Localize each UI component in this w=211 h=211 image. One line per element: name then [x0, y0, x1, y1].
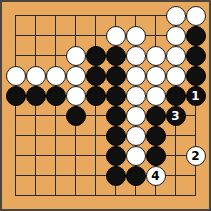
white-stone: [66, 86, 86, 106]
white-stone: [126, 46, 146, 66]
white-stone: [66, 46, 86, 66]
black-stone: [6, 86, 26, 106]
move-number-label: 2: [191, 150, 199, 162]
white-stone: [186, 6, 206, 26]
black-stone: [186, 66, 206, 86]
black-stone: [66, 106, 86, 126]
white-stone: [166, 6, 186, 26]
white-stone: [126, 126, 146, 146]
white-stone: 2: [186, 146, 206, 166]
black-stone: [146, 146, 166, 166]
black-stone: [106, 86, 126, 106]
black-stone: [126, 166, 146, 186]
white-stone: [166, 66, 186, 86]
white-stone: [26, 66, 46, 86]
black-stone: [86, 46, 106, 66]
black-stone: [86, 66, 106, 86]
white-stone: [146, 46, 166, 66]
black-stone: [106, 146, 126, 166]
white-stone: [146, 66, 166, 86]
go-board: 1324: [0, 0, 211, 211]
white-stone: [166, 26, 186, 46]
black-stone: [146, 126, 166, 146]
black-stone: [106, 46, 126, 66]
black-stone: [46, 86, 66, 106]
black-stone: [146, 106, 166, 126]
move-number-label: 4: [151, 170, 159, 182]
white-stone: [126, 26, 146, 46]
white-stone: [126, 86, 146, 106]
black-stone: [186, 46, 206, 66]
white-stone: [126, 66, 146, 86]
white-stone: [126, 106, 146, 126]
go-grid: 1324: [15, 15, 196, 196]
black-stone: [26, 86, 46, 106]
black-stone: [106, 126, 126, 146]
white-stone: [166, 46, 186, 66]
black-stone: 3: [166, 106, 186, 126]
white-stone: 4: [146, 166, 166, 186]
white-stone: [146, 86, 166, 106]
white-stone: [6, 66, 26, 86]
white-stone: [106, 26, 126, 46]
black-stone: [106, 66, 126, 86]
black-stone: [86, 86, 106, 106]
white-stone: [46, 66, 66, 86]
black-stone: 1: [186, 86, 206, 106]
white-stone: [66, 66, 86, 86]
black-stone: [186, 26, 206, 46]
move-number-label: 3: [171, 110, 179, 122]
black-stone: [166, 86, 186, 106]
black-stone: [106, 106, 126, 126]
white-stone: [126, 146, 146, 166]
black-stone: [106, 166, 126, 186]
move-number-label: 1: [191, 90, 199, 102]
